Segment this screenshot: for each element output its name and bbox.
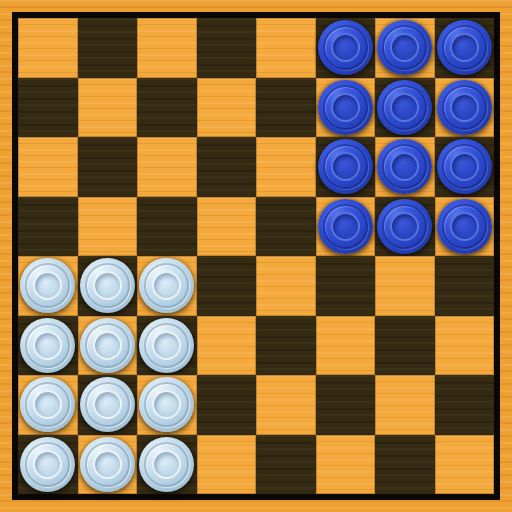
square-h7[interactable]: ⛂ — [435, 78, 495, 138]
square-g6[interactable]: ⛂ — [375, 137, 435, 197]
square-e2[interactable] — [256, 375, 316, 435]
square-f6[interactable]: ⛂ — [316, 137, 376, 197]
white-piece-b1[interactable]: ⛀ — [80, 437, 135, 492]
square-e8[interactable] — [256, 18, 316, 78]
square-e6[interactable] — [256, 137, 316, 197]
square-a6[interactable] — [18, 137, 78, 197]
square-c4[interactable]: ⛀ — [137, 256, 197, 316]
square-h4[interactable] — [435, 256, 495, 316]
blue-piece-h7[interactable]: ⛂ — [437, 80, 492, 135]
square-b1[interactable]: ⛀ — [78, 435, 138, 495]
square-c7[interactable] — [137, 78, 197, 138]
square-d4[interactable] — [197, 256, 257, 316]
blue-piece-g7[interactable]: ⛂ — [377, 80, 432, 135]
blue-piece-f8[interactable]: ⛂ — [318, 20, 373, 75]
white-piece-c3[interactable]: ⛀ — [139, 318, 194, 373]
square-c5[interactable] — [137, 197, 197, 257]
square-e3[interactable] — [256, 316, 316, 376]
white-piece-b2[interactable]: ⛀ — [80, 377, 135, 432]
square-a2[interactable]: ⛀ — [18, 375, 78, 435]
square-h5[interactable]: ⛂ — [435, 197, 495, 257]
square-a7[interactable] — [18, 78, 78, 138]
white-piece-b3[interactable]: ⛀ — [80, 318, 135, 373]
square-d6[interactable] — [197, 137, 257, 197]
square-e4[interactable] — [256, 256, 316, 316]
square-g5[interactable]: ⛂ — [375, 197, 435, 257]
blue-piece-f6[interactable]: ⛂ — [318, 139, 373, 194]
square-a8[interactable] — [18, 18, 78, 78]
blue-piece-h8[interactable]: ⛂ — [437, 20, 492, 75]
blue-piece-g6[interactable]: ⛂ — [377, 139, 432, 194]
square-h1[interactable] — [435, 435, 495, 495]
square-c3[interactable]: ⛀ — [137, 316, 197, 376]
square-d8[interactable] — [197, 18, 257, 78]
checkers-board: ⛂⛂⛂⛂⛂⛂⛂⛂⛂⛂⛂⛂⛀⛀⛀⛀⛀⛀⛀⛀⛀⛀⛀⛀ — [18, 18, 494, 494]
square-g1[interactable] — [375, 435, 435, 495]
square-c6[interactable] — [137, 137, 197, 197]
square-d7[interactable] — [197, 78, 257, 138]
square-e5[interactable] — [256, 197, 316, 257]
blue-piece-g8[interactable]: ⛂ — [377, 20, 432, 75]
white-piece-a2[interactable]: ⛀ — [20, 377, 75, 432]
square-g7[interactable]: ⛂ — [375, 78, 435, 138]
square-f2[interactable] — [316, 375, 376, 435]
square-c2[interactable]: ⛀ — [137, 375, 197, 435]
square-e1[interactable] — [256, 435, 316, 495]
square-h2[interactable] — [435, 375, 495, 435]
square-f4[interactable] — [316, 256, 376, 316]
square-f5[interactable]: ⛂ — [316, 197, 376, 257]
blue-piece-g5[interactable]: ⛂ — [377, 199, 432, 254]
square-a1[interactable]: ⛀ — [18, 435, 78, 495]
white-piece-c1[interactable]: ⛀ — [139, 437, 194, 492]
square-b3[interactable]: ⛀ — [78, 316, 138, 376]
white-piece-a3[interactable]: ⛀ — [20, 318, 75, 373]
square-e7[interactable] — [256, 78, 316, 138]
square-h3[interactable] — [435, 316, 495, 376]
square-b2[interactable]: ⛀ — [78, 375, 138, 435]
square-c1[interactable]: ⛀ — [137, 435, 197, 495]
blue-piece-h6[interactable]: ⛂ — [437, 139, 492, 194]
white-piece-c4[interactable]: ⛀ — [139, 258, 194, 313]
board-frame: ⛂⛂⛂⛂⛂⛂⛂⛂⛂⛂⛂⛂⛀⛀⛀⛀⛀⛀⛀⛀⛀⛀⛀⛀ — [12, 12, 500, 500]
square-b5[interactable] — [78, 197, 138, 257]
square-g4[interactable] — [375, 256, 435, 316]
checkers-app-window: { "game": "checkers-corners-ugolki", "ga… — [0, 0, 512, 512]
square-d3[interactable] — [197, 316, 257, 376]
square-b7[interactable] — [78, 78, 138, 138]
square-c8[interactable] — [137, 18, 197, 78]
square-a3[interactable]: ⛀ — [18, 316, 78, 376]
square-b4[interactable]: ⛀ — [78, 256, 138, 316]
square-b8[interactable] — [78, 18, 138, 78]
square-f3[interactable] — [316, 316, 376, 376]
square-h6[interactable]: ⛂ — [435, 137, 495, 197]
blue-piece-f5[interactable]: ⛂ — [318, 199, 373, 254]
square-g3[interactable] — [375, 316, 435, 376]
square-g2[interactable] — [375, 375, 435, 435]
square-f7[interactable]: ⛂ — [316, 78, 376, 138]
white-piece-c2[interactable]: ⛀ — [139, 377, 194, 432]
square-f8[interactable]: ⛂ — [316, 18, 376, 78]
square-g8[interactable]: ⛂ — [375, 18, 435, 78]
square-a5[interactable] — [18, 197, 78, 257]
square-f1[interactable] — [316, 435, 376, 495]
square-b6[interactable] — [78, 137, 138, 197]
square-d5[interactable] — [197, 197, 257, 257]
blue-piece-h5[interactable]: ⛂ — [437, 199, 492, 254]
white-piece-b4[interactable]: ⛀ — [80, 258, 135, 313]
square-h8[interactable]: ⛂ — [435, 18, 495, 78]
white-piece-a4[interactable]: ⛀ — [20, 258, 75, 313]
square-a4[interactable]: ⛀ — [18, 256, 78, 316]
square-d2[interactable] — [197, 375, 257, 435]
white-piece-a1[interactable]: ⛀ — [20, 437, 75, 492]
blue-piece-f7[interactable]: ⛂ — [318, 80, 373, 135]
square-d1[interactable] — [197, 435, 257, 495]
